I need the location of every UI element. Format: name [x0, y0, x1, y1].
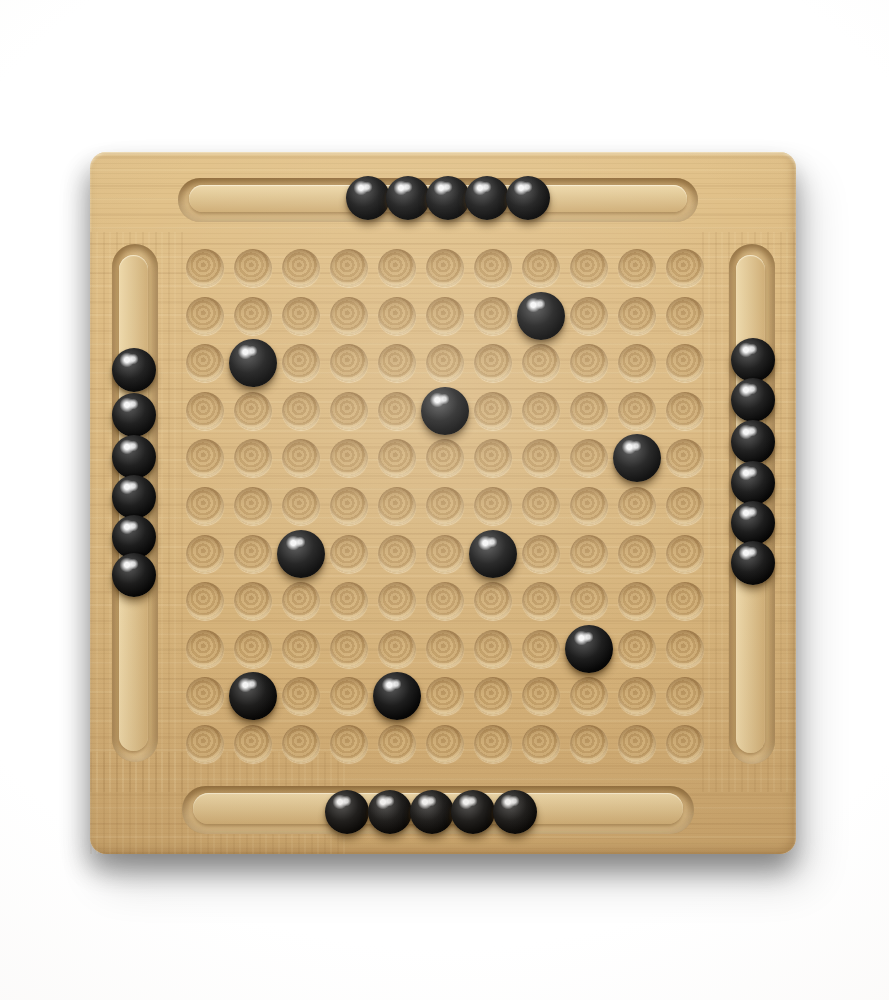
black-marble-left-trough[interactable]	[112, 475, 156, 519]
black-marble-right-trough[interactable]	[731, 541, 775, 585]
black-marble-top-trough[interactable]	[386, 176, 430, 220]
black-marble-bottom-trough[interactable]	[410, 790, 454, 834]
black-marble-on-grid[interactable]	[373, 672, 421, 720]
black-marble-left-trough[interactable]	[112, 348, 156, 392]
black-marble-top-trough[interactable]	[346, 176, 390, 220]
black-marble-on-grid[interactable]	[517, 292, 565, 340]
black-marble-top-trough[interactable]	[506, 176, 550, 220]
black-marble-right-trough[interactable]	[731, 378, 775, 422]
black-marble-left-trough[interactable]	[112, 435, 156, 479]
black-marble-right-trough[interactable]	[731, 420, 775, 464]
black-marble-on-grid[interactable]	[229, 672, 277, 720]
black-marble-left-trough[interactable]	[112, 553, 156, 597]
product-photo-background	[0, 0, 889, 1000]
black-marble-on-grid[interactable]	[277, 530, 325, 578]
black-marble-on-grid[interactable]	[229, 339, 277, 387]
black-marble-right-trough[interactable]	[731, 501, 775, 545]
black-marble-on-grid[interactable]	[421, 387, 469, 435]
black-marble-left-trough[interactable]	[112, 393, 156, 437]
game-board	[90, 152, 796, 854]
black-marble-bottom-trough[interactable]	[368, 790, 412, 834]
black-marble-top-trough[interactable]	[465, 176, 509, 220]
black-marble-on-grid[interactable]	[469, 530, 517, 578]
black-marble-bottom-trough[interactable]	[451, 790, 495, 834]
black-marble-bottom-trough[interactable]	[493, 790, 537, 834]
black-marble-on-grid[interactable]	[613, 434, 661, 482]
black-marble-right-trough[interactable]	[731, 338, 775, 382]
black-marble-right-trough[interactable]	[731, 461, 775, 505]
black-marble-top-trough[interactable]	[426, 176, 470, 220]
black-marble-bottom-trough[interactable]	[325, 790, 369, 834]
black-marble-on-grid[interactable]	[565, 625, 613, 673]
marbles-layer	[90, 152, 796, 854]
